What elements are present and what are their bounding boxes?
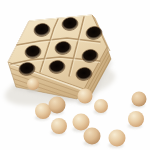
wooden-ball-10[interactable] bbox=[109, 130, 126, 147]
product-photo-wooden-tictactoe bbox=[0, 0, 150, 150]
board-cell-r0c2[interactable] bbox=[61, 16, 92, 34]
wooden-ball-3[interactable] bbox=[132, 92, 147, 107]
drawer-knob[interactable] bbox=[27, 78, 39, 92]
wooden-ball-6[interactable] bbox=[49, 97, 66, 114]
wooden-ball-8[interactable] bbox=[73, 114, 90, 131]
wooden-ball-9[interactable] bbox=[84, 128, 101, 145]
wooden-ball-1[interactable] bbox=[78, 89, 93, 104]
wooden-ball-2[interactable] bbox=[94, 99, 108, 113]
wooden-ball-4[interactable] bbox=[128, 111, 144, 127]
wooden-ball-7[interactable] bbox=[51, 118, 67, 134]
